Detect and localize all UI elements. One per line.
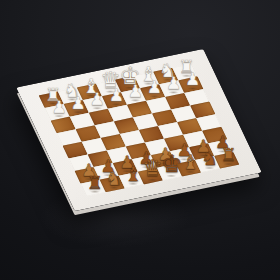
board-slab: ♜♞♝♛♚♝♞♜♟♟♟♟♟♟♟♟♟♟♟♟♟♟♟♟♜♞♝♛♚♝♞♜ (16, 49, 262, 211)
white-pawn[interactable]: ♟ (183, 71, 203, 88)
photo-background: ♜♞♝♛♚♝♞♜♟♟♟♟♟♟♟♟♟♟♟♟♟♟♟♟♜♞♝♛♚♝♞♜ (0, 0, 280, 280)
brown-rook[interactable]: ♜ (218, 146, 238, 164)
board-grid: ♜♞♝♛♚♝♞♜♟♟♟♟♟♟♟♟♟♟♟♟♟♟♟♟♜♞♝♛♚♝♞♜ (39, 64, 240, 196)
chess-board: ♜♞♝♛♚♝♞♜♟♟♟♟♟♟♟♟♟♟♟♟♟♟♟♟♜♞♝♛♚♝♞♜ (16, 49, 262, 211)
